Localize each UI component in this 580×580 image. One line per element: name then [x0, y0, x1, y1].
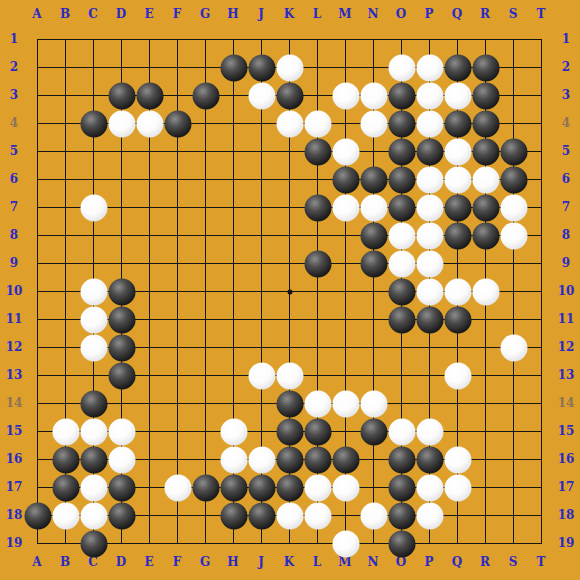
row-label-right: 3 [562, 88, 570, 102]
stone-white[interactable] [444, 278, 471, 305]
stone-white[interactable] [444, 138, 471, 165]
stone-black[interactable] [304, 446, 331, 473]
stone-black[interactable] [444, 110, 471, 137]
stone-black[interactable] [80, 446, 107, 473]
column-label-bottom: S [509, 555, 518, 569]
stone-white[interactable] [304, 110, 331, 137]
stone-black[interactable] [220, 502, 247, 529]
row-label-right: 6 [562, 172, 570, 186]
stone-black[interactable] [388, 474, 415, 501]
stone-white[interactable] [108, 110, 135, 137]
stone-black[interactable] [332, 446, 359, 473]
stone-white[interactable] [108, 446, 135, 473]
stone-white[interactable] [416, 418, 443, 445]
stone-white[interactable] [416, 250, 443, 277]
column-label-top: S [509, 7, 518, 21]
stone-white[interactable] [472, 278, 499, 305]
go-board[interactable]: AABBCCDDEEFFGGHHJJKKLLMMNNOOPPQQRRSSTT11… [0, 0, 580, 580]
stone-black[interactable] [192, 82, 219, 109]
stone-white[interactable] [80, 278, 107, 305]
row-label-left: 19 [6, 536, 23, 550]
row-label-left: 3 [10, 88, 18, 102]
column-label-bottom: G [200, 555, 210, 569]
stone-black[interactable] [24, 502, 51, 529]
row-label-left: 12 [6, 340, 23, 354]
stone-black[interactable] [388, 194, 415, 221]
column-label-bottom: E [144, 555, 153, 569]
column-label-top: P [424, 7, 433, 21]
stone-black[interactable] [220, 474, 247, 501]
row-label-left: 1 [10, 32, 18, 46]
stone-black[interactable] [304, 250, 331, 277]
row-label-left: 16 [6, 452, 23, 466]
stone-black[interactable] [388, 278, 415, 305]
column-label-bottom: B [60, 555, 70, 569]
stone-white[interactable] [52, 418, 79, 445]
stone-black[interactable] [444, 306, 471, 333]
stone-black[interactable] [108, 82, 135, 109]
stone-white[interactable] [276, 502, 303, 529]
stone-black[interactable] [472, 138, 499, 165]
stone-black[interactable] [108, 306, 135, 333]
stone-white[interactable] [360, 194, 387, 221]
row-label-right: 13 [558, 368, 575, 382]
stone-black[interactable] [472, 194, 499, 221]
stone-black[interactable] [276, 390, 303, 417]
stone-white[interactable] [304, 502, 331, 529]
row-label-left: 11 [6, 312, 23, 326]
stone-black[interactable] [276, 418, 303, 445]
stone-black[interactable] [304, 194, 331, 221]
column-label-bottom: C [88, 555, 98, 569]
stone-black[interactable] [304, 138, 331, 165]
row-label-left: 5 [10, 144, 18, 158]
column-label-top: H [227, 7, 238, 21]
column-label-top: A [32, 7, 41, 21]
stone-white[interactable] [304, 390, 331, 417]
stone-white[interactable] [416, 502, 443, 529]
stone-white[interactable] [332, 474, 359, 501]
stone-white[interactable] [332, 194, 359, 221]
column-label-top: J [258, 7, 264, 21]
stone-white[interactable] [472, 166, 499, 193]
column-label-bottom: H [227, 555, 238, 569]
stone-black[interactable] [388, 446, 415, 473]
column-label-bottom: O [396, 555, 406, 569]
column-label-bottom: P [424, 555, 433, 569]
row-label-right: 14 [558, 396, 575, 410]
row-label-left: 17 [6, 480, 23, 494]
stone-black[interactable] [444, 54, 471, 81]
stone-white[interactable] [388, 418, 415, 445]
column-label-top: D [116, 7, 126, 21]
column-label-top: E [144, 7, 153, 21]
row-label-right: 4 [562, 116, 570, 130]
stone-black[interactable] [500, 138, 527, 165]
column-label-bottom: K [284, 555, 294, 569]
row-label-right: 11 [558, 312, 575, 326]
stone-black[interactable] [80, 110, 107, 137]
stone-black[interactable] [108, 278, 135, 305]
stone-white[interactable] [360, 390, 387, 417]
stone-white[interactable] [220, 446, 247, 473]
stone-white[interactable] [444, 362, 471, 389]
row-label-left: 9 [10, 256, 18, 270]
stone-white[interactable] [108, 418, 135, 445]
stone-white[interactable] [416, 194, 443, 221]
stone-white[interactable] [276, 362, 303, 389]
stone-white[interactable] [164, 474, 191, 501]
row-label-left: 4 [10, 116, 18, 130]
stone-black[interactable] [444, 222, 471, 249]
stone-black[interactable] [416, 306, 443, 333]
row-label-left: 13 [6, 368, 23, 382]
column-label-top: B [60, 7, 70, 21]
stone-black[interactable] [416, 138, 443, 165]
stone-white[interactable] [80, 194, 107, 221]
column-label-bottom: F [173, 555, 182, 569]
stone-white[interactable] [332, 138, 359, 165]
row-label-left: 7 [10, 200, 18, 214]
stone-black[interactable] [80, 390, 107, 417]
stone-black[interactable] [276, 446, 303, 473]
row-label-right: 1 [562, 32, 570, 46]
stone-white[interactable] [276, 110, 303, 137]
stone-black[interactable] [388, 110, 415, 137]
stone-black[interactable] [360, 418, 387, 445]
stone-black[interactable] [472, 82, 499, 109]
stone-black[interactable] [388, 166, 415, 193]
column-label-bottom: J [258, 555, 264, 569]
stone-white[interactable] [500, 334, 527, 361]
stone-black[interactable] [248, 54, 275, 81]
stone-white[interactable] [360, 82, 387, 109]
stone-white[interactable] [332, 82, 359, 109]
column-label-bottom: D [116, 555, 126, 569]
stone-white[interactable] [416, 82, 443, 109]
column-label-top: O [396, 7, 406, 21]
stone-white[interactable] [248, 362, 275, 389]
row-label-right: 12 [558, 340, 575, 354]
stone-black[interactable] [304, 418, 331, 445]
stone-white[interactable] [500, 194, 527, 221]
stone-white[interactable] [500, 222, 527, 249]
stone-white[interactable] [416, 110, 443, 137]
stone-black[interactable] [276, 474, 303, 501]
stone-white[interactable] [276, 54, 303, 81]
stone-black[interactable] [192, 474, 219, 501]
row-label-right: 2 [562, 60, 570, 74]
row-label-right: 16 [558, 452, 575, 466]
stone-white[interactable] [248, 446, 275, 473]
row-label-left: 15 [6, 424, 23, 438]
stone-black[interactable] [416, 446, 443, 473]
row-label-right: 15 [558, 424, 575, 438]
column-label-bottom: Q [452, 555, 462, 569]
column-label-bottom: R [480, 555, 490, 569]
column-label-bottom: T [537, 555, 546, 569]
stone-black[interactable] [136, 82, 163, 109]
stone-black[interactable] [388, 306, 415, 333]
stone-white[interactable] [332, 530, 359, 557]
column-label-bottom: L [313, 555, 321, 569]
row-label-left: 10 [6, 284, 23, 298]
stone-white[interactable] [80, 306, 107, 333]
stone-black[interactable] [500, 166, 527, 193]
row-label-right: 7 [562, 200, 570, 214]
stone-white[interactable] [444, 166, 471, 193]
stone-black[interactable] [360, 250, 387, 277]
row-label-left: 2 [10, 60, 18, 74]
stone-black[interactable] [80, 530, 107, 557]
stone-white[interactable] [248, 82, 275, 109]
stone-white[interactable] [416, 278, 443, 305]
stone-black[interactable] [444, 194, 471, 221]
column-label-bottom: A [32, 555, 41, 569]
stone-white[interactable] [360, 110, 387, 137]
column-label-bottom: M [338, 555, 351, 569]
column-label-top: F [173, 7, 182, 21]
column-label-top: N [368, 7, 379, 21]
stone-black[interactable] [248, 474, 275, 501]
stone-white[interactable] [80, 418, 107, 445]
row-label-right: 10 [558, 284, 575, 298]
stone-black[interactable] [472, 110, 499, 137]
stone-white[interactable] [416, 474, 443, 501]
stone-white[interactable] [416, 54, 443, 81]
stone-black[interactable] [52, 446, 79, 473]
stone-black[interactable] [52, 474, 79, 501]
stone-white[interactable] [388, 54, 415, 81]
stone-white[interactable] [360, 502, 387, 529]
stone-black[interactable] [276, 82, 303, 109]
stone-white[interactable] [444, 474, 471, 501]
gridline-vertical [541, 39, 542, 544]
stone-black[interactable] [108, 474, 135, 501]
stone-white[interactable] [80, 502, 107, 529]
stone-black[interactable] [108, 502, 135, 529]
stone-black[interactable] [108, 334, 135, 361]
stone-black[interactable] [388, 138, 415, 165]
column-label-top: T [537, 7, 546, 21]
gridline-vertical [513, 39, 514, 544]
stone-black[interactable] [108, 362, 135, 389]
gridline-horizontal [37, 543, 542, 544]
stone-white[interactable] [416, 222, 443, 249]
row-label-right: 9 [562, 256, 570, 270]
stone-black[interactable] [248, 502, 275, 529]
stone-white[interactable] [388, 250, 415, 277]
stone-black[interactable] [360, 166, 387, 193]
column-label-bottom: N [368, 555, 379, 569]
row-label-left: 8 [10, 228, 18, 242]
stone-black[interactable] [388, 530, 415, 557]
stone-black[interactable] [220, 54, 247, 81]
row-label-right: 19 [558, 536, 575, 550]
row-label-right: 8 [562, 228, 570, 242]
stone-white[interactable] [136, 110, 163, 137]
stone-white[interactable] [416, 166, 443, 193]
stone-white[interactable] [80, 334, 107, 361]
row-label-left: 6 [10, 172, 18, 186]
column-label-top: M [338, 7, 351, 21]
stone-black[interactable] [360, 222, 387, 249]
stone-white[interactable] [52, 502, 79, 529]
row-label-left: 18 [6, 508, 23, 522]
row-label-right: 18 [558, 508, 575, 522]
stone-black[interactable] [164, 110, 191, 137]
column-label-top: K [284, 7, 294, 21]
column-label-top: G [200, 7, 210, 21]
stone-white[interactable] [444, 82, 471, 109]
row-label-right: 5 [562, 144, 570, 158]
column-label-top: Q [452, 7, 462, 21]
stone-white[interactable] [444, 446, 471, 473]
stone-black[interactable] [332, 166, 359, 193]
stone-black[interactable] [388, 82, 415, 109]
column-label-top: L [313, 7, 321, 21]
row-label-left: 14 [6, 396, 23, 410]
stone-black[interactable] [388, 502, 415, 529]
stone-white[interactable] [332, 390, 359, 417]
stone-white[interactable] [220, 418, 247, 445]
stone-black[interactable] [472, 54, 499, 81]
stone-white[interactable] [80, 474, 107, 501]
stone-white[interactable] [304, 474, 331, 501]
star-point [287, 289, 292, 294]
column-label-top: C [88, 7, 98, 21]
stone-black[interactable] [472, 222, 499, 249]
row-label-right: 17 [558, 480, 575, 494]
column-label-top: R [480, 7, 490, 21]
stone-white[interactable] [388, 222, 415, 249]
